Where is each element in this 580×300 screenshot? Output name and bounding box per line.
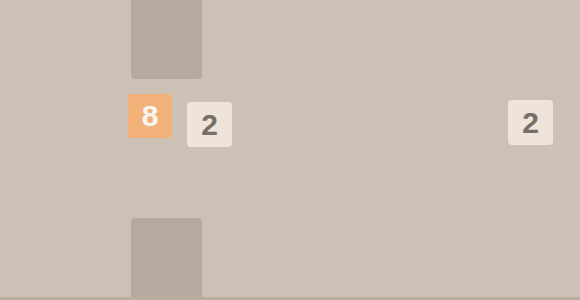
tile-8: 8	[128, 94, 172, 138]
empty-cell-top	[131, 0, 202, 79]
game-2048-board[interactable]: 8 2 2	[0, 0, 580, 300]
empty-cell-bottom	[131, 218, 202, 300]
tile-2-left: 2	[187, 102, 232, 147]
tile-2-right: 2	[508, 100, 553, 145]
